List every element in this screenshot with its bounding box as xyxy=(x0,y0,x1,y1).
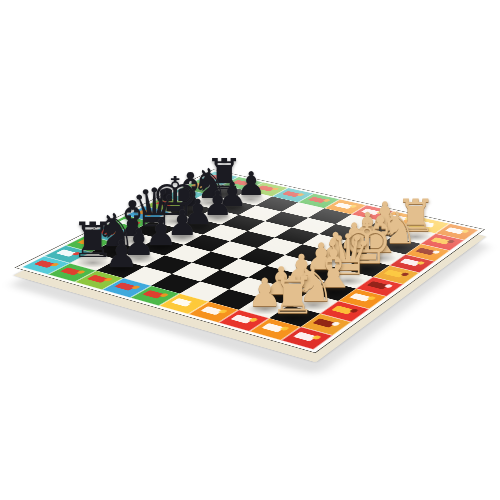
track-illustration xyxy=(445,227,465,234)
track-illustration xyxy=(189,301,199,305)
track-illustration xyxy=(297,193,305,196)
track-illustration xyxy=(231,315,254,324)
track-illustration xyxy=(222,176,230,179)
track-illustration xyxy=(415,248,436,255)
track-illustration xyxy=(331,306,354,315)
track-illustration xyxy=(142,290,164,299)
track-illustration xyxy=(155,200,174,206)
track-illustration xyxy=(34,260,55,268)
track-illustration xyxy=(188,193,196,196)
track-illustration xyxy=(173,192,192,198)
track-illustration xyxy=(50,263,60,267)
track-illustration xyxy=(152,212,161,215)
track-illustration xyxy=(93,241,102,245)
track-illustration xyxy=(367,296,376,300)
track-illustration xyxy=(308,197,327,203)
track-illustration xyxy=(432,250,441,254)
track-illustration xyxy=(133,221,142,224)
track-illustration xyxy=(77,239,98,246)
track-illustration xyxy=(208,175,227,181)
track-illustration xyxy=(60,268,82,276)
track-illustration xyxy=(249,317,259,322)
track-illustration xyxy=(218,309,228,314)
track-illustration xyxy=(331,321,341,326)
track-illustration xyxy=(201,306,224,315)
track-illustration xyxy=(417,221,437,228)
track-illustration xyxy=(77,270,87,274)
track-illustration xyxy=(247,182,255,185)
track-illustration xyxy=(257,185,276,191)
track-illustration xyxy=(56,249,77,257)
track-illustration xyxy=(323,199,331,202)
track-illustration xyxy=(282,191,301,197)
chess-board xyxy=(14,169,485,353)
track-illustration xyxy=(272,187,280,190)
track-illustration xyxy=(384,270,406,278)
track-illustration xyxy=(384,284,393,288)
chess-set-photo: ♜♞♝♛♚♝♞♜♟♟♟♟♟♟♟♟♟♟♟♟♟♟♟♟♜♞♝♛♚♝♞♜ xyxy=(0,0,500,500)
track-illustration xyxy=(232,180,251,186)
board-face xyxy=(14,169,485,353)
track-illustration xyxy=(131,285,141,289)
track-illustration xyxy=(114,282,136,290)
track-illustration xyxy=(367,281,389,289)
track-illustration xyxy=(104,277,114,281)
track-illustration xyxy=(447,240,455,244)
track-illustration xyxy=(137,210,157,217)
track-illustration xyxy=(117,219,137,226)
track-illustration xyxy=(433,223,441,226)
track-illustration xyxy=(170,202,179,205)
track-illustration xyxy=(349,293,371,302)
track-illustration xyxy=(417,261,426,265)
track-illustration xyxy=(72,252,81,256)
track-illustration xyxy=(87,275,109,283)
track-illustration xyxy=(350,308,360,312)
track-illustration xyxy=(350,205,358,208)
track-illustration xyxy=(205,185,213,188)
track-illustration xyxy=(113,231,122,235)
track-illustration xyxy=(262,323,286,332)
track-illustration xyxy=(377,211,385,214)
track-illustration xyxy=(361,209,381,216)
track-illustration xyxy=(191,183,210,189)
track-illustration xyxy=(293,332,317,342)
track-illustration xyxy=(404,217,412,220)
track-illustration xyxy=(401,272,410,276)
track-illustration xyxy=(389,215,409,222)
track-illustration xyxy=(431,237,452,244)
track-illustration xyxy=(171,298,194,307)
track-illustration xyxy=(313,319,336,328)
track-illustration xyxy=(312,335,322,340)
track-illustration xyxy=(400,259,421,267)
track-illustration xyxy=(280,326,290,331)
track-illustration xyxy=(160,293,170,297)
track-illustration xyxy=(98,229,118,236)
track-illustration xyxy=(461,230,469,234)
track-illustration xyxy=(334,203,353,209)
